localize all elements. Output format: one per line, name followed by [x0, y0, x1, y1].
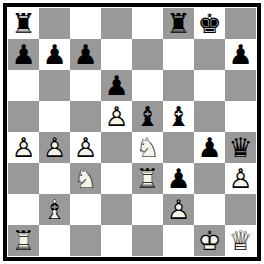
square-a7[interactable]: ♟	[8, 39, 39, 70]
black-piece-glyph: ♟	[194, 132, 225, 163]
square-b2[interactable]: ♝♗	[39, 194, 70, 225]
square-b1[interactable]	[39, 225, 70, 256]
black-pawn-f3: ♟	[163, 163, 194, 194]
black-pawn-h7: ♟	[225, 39, 256, 70]
square-a4[interactable]: ♟♙	[8, 132, 39, 163]
square-c8[interactable]	[70, 8, 101, 39]
square-g6[interactable]	[194, 70, 225, 101]
square-h5[interactable]	[225, 101, 256, 132]
white-knight-e4: ♞♘	[132, 132, 163, 163]
white-piece-outline: ♔	[194, 225, 225, 256]
square-c7[interactable]: ♟	[70, 39, 101, 70]
square-e8[interactable]	[132, 8, 163, 39]
white-pawn-d5: ♟♙	[101, 101, 132, 132]
square-d1[interactable]	[101, 225, 132, 256]
square-c5[interactable]	[70, 101, 101, 132]
black-piece-glyph: ♛	[225, 132, 256, 163]
black-pawn-a7: ♟	[8, 39, 39, 70]
square-f7[interactable]	[163, 39, 194, 70]
square-g2[interactable]	[194, 194, 225, 225]
square-c6[interactable]	[70, 70, 101, 101]
square-b5[interactable]	[39, 101, 70, 132]
black-piece-glyph: ♟	[70, 39, 101, 70]
square-d5[interactable]: ♟♙	[101, 101, 132, 132]
black-piece-glyph: ♜	[163, 8, 194, 39]
square-b8[interactable]	[39, 8, 70, 39]
square-e5[interactable]: ♝	[132, 101, 163, 132]
black-piece-glyph: ♟	[101, 70, 132, 101]
square-c1[interactable]	[70, 225, 101, 256]
black-rook-a8: ♜	[8, 8, 39, 39]
black-piece-glyph: ♟	[8, 39, 39, 70]
black-pawn-g4: ♟	[194, 132, 225, 163]
white-piece-outline: ♙	[70, 132, 101, 163]
square-c4[interactable]: ♟♙	[70, 132, 101, 163]
white-piece-outline: ♙	[163, 194, 194, 225]
square-f8[interactable]: ♜	[163, 8, 194, 39]
square-g4[interactable]: ♟	[194, 132, 225, 163]
square-d8[interactable]	[101, 8, 132, 39]
square-h3[interactable]: ♟♙	[225, 163, 256, 194]
white-pawn-b4: ♟♙	[39, 132, 70, 163]
square-d7[interactable]	[101, 39, 132, 70]
square-c2[interactable]	[70, 194, 101, 225]
black-piece-glyph: ♟	[163, 163, 194, 194]
white-piece-outline: ♖	[8, 225, 39, 256]
square-h6[interactable]	[225, 70, 256, 101]
square-a2[interactable]	[8, 194, 39, 225]
square-e3[interactable]: ♜♖	[132, 163, 163, 194]
square-e4[interactable]: ♞♘	[132, 132, 163, 163]
square-e6[interactable]	[132, 70, 163, 101]
square-a5[interactable]	[8, 101, 39, 132]
white-rook-a1: ♜♖	[8, 225, 39, 256]
square-h8[interactable]	[225, 8, 256, 39]
white-bishop-b2: ♝♗	[39, 194, 70, 225]
square-e2[interactable]	[132, 194, 163, 225]
chess-board-wrapper: ♜♜♚♟♟♟♟♟♟♙♝♝♟♙♟♙♟♙♞♘♟♛♞♘♜♖♟♟♙♝♗♟♙♜♖♚♔♛♕	[0, 0, 264, 264]
white-piece-outline: ♗	[39, 194, 70, 225]
black-piece-glyph: ♟	[225, 39, 256, 70]
white-piece-outline: ♘	[132, 132, 163, 163]
white-pawn-f2: ♟♙	[163, 194, 194, 225]
square-c3[interactable]: ♞♘	[70, 163, 101, 194]
square-d3[interactable]	[101, 163, 132, 194]
black-bishop-e5: ♝	[132, 101, 163, 132]
square-h7[interactable]: ♟	[225, 39, 256, 70]
square-h4[interactable]: ♛	[225, 132, 256, 163]
square-f2[interactable]: ♟♙	[163, 194, 194, 225]
square-a3[interactable]	[8, 163, 39, 194]
square-a8[interactable]: ♜	[8, 8, 39, 39]
square-b3[interactable]	[39, 163, 70, 194]
black-queen-h4: ♛	[225, 132, 256, 163]
square-g1[interactable]: ♚♔	[194, 225, 225, 256]
black-rook-f8: ♜	[163, 8, 194, 39]
white-piece-outline: ♙	[101, 101, 132, 132]
square-a1[interactable]: ♜♖	[8, 225, 39, 256]
square-h2[interactable]	[225, 194, 256, 225]
white-rook-e3: ♜♖	[132, 163, 163, 194]
square-g8[interactable]: ♚	[194, 8, 225, 39]
white-piece-outline: ♙	[225, 163, 256, 194]
square-f6[interactable]	[163, 70, 194, 101]
black-bishop-f5: ♝	[163, 101, 194, 132]
white-king-g1: ♚♔	[194, 225, 225, 256]
square-f1[interactable]	[163, 225, 194, 256]
black-king-g8: ♚	[194, 8, 225, 39]
board-frame: ♜♜♚♟♟♟♟♟♟♙♝♝♟♙♟♙♟♙♞♘♟♛♞♘♜♖♟♟♙♝♗♟♙♜♖♚♔♛♕	[3, 3, 261, 261]
square-a6[interactable]	[8, 70, 39, 101]
square-b7[interactable]: ♟	[39, 39, 70, 70]
square-h1[interactable]: ♛♕	[225, 225, 256, 256]
black-piece-glyph: ♝	[132, 101, 163, 132]
black-piece-glyph: ♝	[163, 101, 194, 132]
white-queen-h1: ♛♕	[225, 225, 256, 256]
square-e1[interactable]	[132, 225, 163, 256]
white-piece-outline: ♙	[8, 132, 39, 163]
chess-board: ♜♜♚♟♟♟♟♟♟♙♝♝♟♙♟♙♟♙♞♘♟♛♞♘♜♖♟♟♙♝♗♟♙♜♖♚♔♛♕	[8, 8, 256, 256]
square-f4[interactable]	[163, 132, 194, 163]
square-b6[interactable]	[39, 70, 70, 101]
black-piece-glyph: ♟	[39, 39, 70, 70]
white-piece-outline: ♖	[132, 163, 163, 194]
square-d4[interactable]	[101, 132, 132, 163]
square-d2[interactable]	[101, 194, 132, 225]
square-f3[interactable]: ♟	[163, 163, 194, 194]
black-pawn-d6: ♟	[101, 70, 132, 101]
white-piece-outline: ♕	[225, 225, 256, 256]
black-pawn-c7: ♟	[70, 39, 101, 70]
square-g5[interactable]	[194, 101, 225, 132]
white-piece-outline: ♘	[70, 163, 101, 194]
white-knight-c3: ♞♘	[70, 163, 101, 194]
square-g3[interactable]	[194, 163, 225, 194]
black-piece-glyph: ♜	[8, 8, 39, 39]
white-piece-outline: ♙	[39, 132, 70, 163]
square-e7[interactable]	[132, 39, 163, 70]
square-d6[interactable]: ♟	[101, 70, 132, 101]
square-g7[interactable]	[194, 39, 225, 70]
white-pawn-c4: ♟♙	[70, 132, 101, 163]
black-piece-glyph: ♚	[194, 8, 225, 39]
black-pawn-b7: ♟	[39, 39, 70, 70]
square-b4[interactable]: ♟♙	[39, 132, 70, 163]
white-pawn-a4: ♟♙	[8, 132, 39, 163]
square-f5[interactable]: ♝	[163, 101, 194, 132]
white-pawn-h3: ♟♙	[225, 163, 256, 194]
